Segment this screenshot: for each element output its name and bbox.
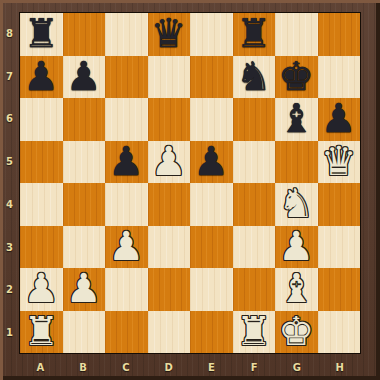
square-f2[interactable] xyxy=(233,268,276,311)
square-c6[interactable] xyxy=(105,98,148,141)
file-label-g: G xyxy=(276,354,319,380)
piece-white-pawn: ♟ xyxy=(108,226,144,267)
chess-board-window: 87654321 ABCDEFGH ♜♛♜♟♟♞♚♝♟♟♟♟♛♞♟♟♟♟♝♜♜♚ xyxy=(0,0,380,380)
square-b1[interactable] xyxy=(63,311,106,354)
square-d8[interactable]: ♛ xyxy=(148,13,191,56)
square-d1[interactable] xyxy=(148,311,191,354)
piece-white-pawn: ♟ xyxy=(23,268,59,309)
square-d2[interactable] xyxy=(148,268,191,311)
piece-black-rook: ♜ xyxy=(23,13,59,54)
piece-white-pawn: ♟ xyxy=(151,141,187,182)
square-c4[interactable] xyxy=(105,183,148,226)
square-b8[interactable] xyxy=(63,13,106,56)
square-h5[interactable]: ♛ xyxy=(318,141,361,184)
piece-white-pawn: ♟ xyxy=(66,268,102,309)
square-e7[interactable] xyxy=(190,56,233,99)
rank-label-6: 6 xyxy=(0,98,19,141)
rank-labels: 87654321 xyxy=(0,12,19,354)
square-h7[interactable] xyxy=(318,56,361,99)
square-b4[interactable] xyxy=(63,183,106,226)
square-g4[interactable]: ♞ xyxy=(275,183,318,226)
piece-white-rook: ♜ xyxy=(23,311,59,352)
square-e8[interactable] xyxy=(190,13,233,56)
piece-black-pawn: ♟ xyxy=(66,56,102,97)
square-a8[interactable]: ♜ xyxy=(20,13,63,56)
piece-black-pawn: ♟ xyxy=(23,56,59,97)
square-h4[interactable] xyxy=(318,183,361,226)
square-e1[interactable] xyxy=(190,311,233,354)
square-b5[interactable] xyxy=(63,141,106,184)
file-label-e: E xyxy=(190,354,233,380)
piece-white-king: ♚ xyxy=(278,311,314,352)
square-c1[interactable] xyxy=(105,311,148,354)
square-b3[interactable] xyxy=(63,226,106,269)
square-h2[interactable] xyxy=(318,268,361,311)
square-f4[interactable] xyxy=(233,183,276,226)
square-g8[interactable] xyxy=(275,13,318,56)
square-h6[interactable]: ♟ xyxy=(318,98,361,141)
file-label-h: H xyxy=(318,354,361,380)
square-a2[interactable]: ♟ xyxy=(20,268,63,311)
square-f6[interactable] xyxy=(233,98,276,141)
square-a1[interactable]: ♜ xyxy=(20,311,63,354)
square-f8[interactable]: ♜ xyxy=(233,13,276,56)
piece-black-pawn: ♟ xyxy=(193,141,229,182)
rank-label-3: 3 xyxy=(0,226,19,269)
rank-label-1: 1 xyxy=(0,311,19,354)
square-f7[interactable]: ♞ xyxy=(233,56,276,99)
square-a4[interactable] xyxy=(20,183,63,226)
square-g7[interactable]: ♚ xyxy=(275,56,318,99)
file-labels: ABCDEFGH xyxy=(19,354,361,380)
piece-black-pawn: ♟ xyxy=(321,98,357,139)
square-f5[interactable] xyxy=(233,141,276,184)
rank-label-4: 4 xyxy=(0,183,19,226)
file-label-d: D xyxy=(147,354,190,380)
square-h1[interactable] xyxy=(318,311,361,354)
square-f3[interactable] xyxy=(233,226,276,269)
file-label-a: A xyxy=(19,354,62,380)
square-d4[interactable] xyxy=(148,183,191,226)
piece-black-king: ♚ xyxy=(278,56,314,97)
piece-white-rook: ♜ xyxy=(236,311,272,352)
piece-white-bishop: ♝ xyxy=(278,268,314,309)
rank-label-7: 7 xyxy=(0,55,19,98)
rank-label-2: 2 xyxy=(0,269,19,312)
square-e5[interactable]: ♟ xyxy=(190,141,233,184)
file-label-f: F xyxy=(233,354,276,380)
piece-black-bishop: ♝ xyxy=(278,98,314,139)
square-d5[interactable]: ♟ xyxy=(148,141,191,184)
piece-white-knight: ♞ xyxy=(278,183,314,224)
square-a5[interactable] xyxy=(20,141,63,184)
piece-white-pawn: ♟ xyxy=(278,226,314,267)
board: ♜♛♜♟♟♞♚♝♟♟♟♟♛♞♟♟♟♟♝♜♜♚ xyxy=(19,12,361,354)
square-f1[interactable]: ♜ xyxy=(233,311,276,354)
square-h8[interactable] xyxy=(318,13,361,56)
square-c8[interactable] xyxy=(105,13,148,56)
square-e2[interactable] xyxy=(190,268,233,311)
square-d7[interactable] xyxy=(148,56,191,99)
square-a7[interactable]: ♟ xyxy=(20,56,63,99)
square-a3[interactable] xyxy=(20,226,63,269)
piece-black-pawn: ♟ xyxy=(108,141,144,182)
square-c7[interactable] xyxy=(105,56,148,99)
square-c2[interactable] xyxy=(105,268,148,311)
square-d3[interactable] xyxy=(148,226,191,269)
rank-label-8: 8 xyxy=(0,12,19,55)
piece-black-queen: ♛ xyxy=(151,13,187,54)
square-g6[interactable]: ♝ xyxy=(275,98,318,141)
piece-black-knight: ♞ xyxy=(236,56,272,97)
rank-label-5: 5 xyxy=(0,140,19,183)
square-h3[interactable] xyxy=(318,226,361,269)
square-b7[interactable]: ♟ xyxy=(63,56,106,99)
square-g1[interactable]: ♚ xyxy=(275,311,318,354)
square-c5[interactable]: ♟ xyxy=(105,141,148,184)
piece-black-rook: ♜ xyxy=(236,13,272,54)
square-b2[interactable]: ♟ xyxy=(63,268,106,311)
piece-white-queen: ♛ xyxy=(321,141,357,182)
square-e6[interactable] xyxy=(190,98,233,141)
square-a6[interactable] xyxy=(20,98,63,141)
square-g2[interactable]: ♝ xyxy=(275,268,318,311)
square-d6[interactable] xyxy=(148,98,191,141)
square-c3[interactable]: ♟ xyxy=(105,226,148,269)
square-g5[interactable] xyxy=(275,141,318,184)
square-b6[interactable] xyxy=(63,98,106,141)
square-e4[interactable] xyxy=(190,183,233,226)
square-e3[interactable] xyxy=(190,226,233,269)
file-label-b: B xyxy=(62,354,105,380)
file-label-c: C xyxy=(105,354,148,380)
square-g3[interactable]: ♟ xyxy=(275,226,318,269)
